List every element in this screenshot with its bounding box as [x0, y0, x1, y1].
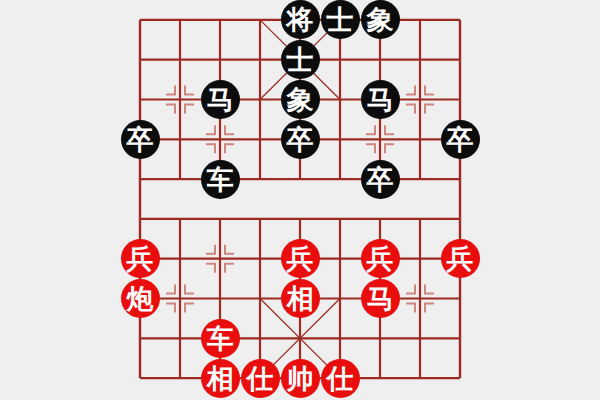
intersection-r2c9[interactable]	[440, 40, 480, 80]
piece-black-soldier[interactable]: 卒	[361, 160, 400, 199]
intersection-r5c9[interactable]	[440, 159, 480, 199]
piece-red-elephant[interactable]: 相	[201, 359, 240, 398]
piece-black-elephant[interactable]: 象	[281, 80, 320, 119]
intersection-r10c2[interactable]	[160, 358, 200, 398]
intersection-r7c6[interactable]	[320, 239, 360, 279]
intersection-r4c4[interactable]	[240, 119, 280, 159]
intersection-r5c1[interactable]	[120, 159, 160, 199]
piece-black-advisor[interactable]: 士	[281, 40, 320, 79]
intersection-r6c3[interactable]	[200, 199, 240, 239]
intersection-r3c4[interactable]	[240, 80, 280, 120]
intersection-r5c4[interactable]	[240, 159, 280, 199]
intersection-r2c1[interactable]	[120, 40, 160, 80]
intersection-r8c8[interactable]	[400, 279, 440, 319]
intersection-r2c3[interactable]	[200, 40, 240, 80]
piece-red-king[interactable]: 帅	[281, 359, 320, 398]
piece-red-soldier[interactable]: 兵	[441, 239, 480, 278]
intersection-r6c8[interactable]	[400, 199, 440, 239]
intersection-r6c2[interactable]	[160, 199, 200, 239]
intersection-r10c9[interactable]	[440, 358, 480, 398]
intersection-r7c2[interactable]	[160, 239, 200, 279]
intersection-r8c2[interactable]	[160, 279, 200, 319]
piece-red-chariot[interactable]: 车	[201, 319, 240, 358]
intersection-r1c3[interactable]	[200, 0, 240, 40]
intersection-r4c8[interactable]	[400, 119, 440, 159]
piece-red-elephant[interactable]: 相	[281, 279, 320, 318]
piece-red-soldier[interactable]: 兵	[121, 239, 160, 278]
intersection-r1c1[interactable]	[120, 0, 160, 40]
intersection-r2c2[interactable]	[160, 40, 200, 80]
piece-black-horse[interactable]: 马	[361, 80, 400, 119]
intersection-r9c7[interactable]	[360, 318, 400, 358]
intersection-r4c6[interactable]	[320, 119, 360, 159]
intersection-r2c4[interactable]	[240, 40, 280, 80]
intersection-r6c6[interactable]	[320, 199, 360, 239]
piece-red-cannon[interactable]: 炮	[121, 279, 160, 318]
intersection-r7c4[interactable]	[240, 239, 280, 279]
piece-red-soldier[interactable]: 兵	[281, 239, 320, 278]
intersection-r5c8[interactable]	[400, 159, 440, 199]
pieces-layer: 将士象士马象马卒卒卒车卒兵兵兵兵炮相马车相仕帅仕	[120, 0, 480, 398]
intersection-r2c6[interactable]	[320, 40, 360, 80]
intersection-r9c6[interactable]	[320, 318, 360, 358]
intersection-r4c2[interactable]	[160, 119, 200, 159]
intersection-r6c1[interactable]	[120, 199, 160, 239]
intersection-r1c2[interactable]	[160, 0, 200, 40]
intersection-r1c4[interactable]	[240, 0, 280, 40]
intersection-r1c9[interactable]	[440, 0, 480, 40]
intersection-r4c3[interactable]	[200, 119, 240, 159]
intersection-r3c8[interactable]	[400, 80, 440, 120]
intersection-r6c7[interactable]	[360, 199, 400, 239]
intersection-r4c7[interactable]	[360, 119, 400, 159]
intersection-r9c8[interactable]	[400, 318, 440, 358]
intersection-r6c9[interactable]	[440, 199, 480, 239]
piece-red-advisor[interactable]: 仕	[321, 359, 360, 398]
intersection-r8c4[interactable]	[240, 279, 280, 319]
intersection-r9c1[interactable]	[120, 318, 160, 358]
piece-black-general[interactable]: 将	[281, 0, 320, 39]
xiangqi-board: 将士象士马象马卒卒卒车卒兵兵兵兵炮相马车相仕帅仕	[0, 0, 600, 400]
intersection-r5c5[interactable]	[280, 159, 320, 199]
intersection-r8c9[interactable]	[440, 279, 480, 319]
intersection-r9c4[interactable]	[240, 318, 280, 358]
intersection-r8c6[interactable]	[320, 279, 360, 319]
intersection-r3c2[interactable]	[160, 80, 200, 120]
piece-black-elephant[interactable]: 象	[361, 0, 400, 39]
intersection-r3c1[interactable]	[120, 80, 160, 120]
piece-black-horse[interactable]: 马	[201, 80, 240, 119]
intersection-r6c5[interactable]	[280, 199, 320, 239]
intersection-r3c6[interactable]	[320, 80, 360, 120]
intersection-r9c9[interactable]	[440, 318, 480, 358]
intersection-r1c8[interactable]	[400, 0, 440, 40]
intersection-r7c3[interactable]	[200, 239, 240, 279]
intersection-r9c5[interactable]	[280, 318, 320, 358]
intersection-r10c7[interactable]	[360, 358, 400, 398]
piece-red-horse[interactable]: 马	[361, 279, 400, 318]
intersection-r2c8[interactable]	[400, 40, 440, 80]
intersection-r3c9[interactable]	[440, 80, 480, 120]
intersection-r6c4[interactable]	[240, 199, 280, 239]
intersection-r9c2[interactable]	[160, 318, 200, 358]
piece-red-soldier[interactable]: 兵	[361, 239, 400, 278]
intersection-r7c8[interactable]	[400, 239, 440, 279]
intersection-r10c1[interactable]	[120, 358, 160, 398]
intersection-r2c7[interactable]	[360, 40, 400, 80]
piece-black-soldier[interactable]: 卒	[281, 120, 320, 159]
piece-black-chariot[interactable]: 车	[201, 160, 240, 199]
piece-red-advisor[interactable]: 仕	[241, 359, 280, 398]
intersection-r5c2[interactable]	[160, 159, 200, 199]
intersection-r5c6[interactable]	[320, 159, 360, 199]
intersection-r8c3[interactable]	[200, 279, 240, 319]
piece-black-soldier[interactable]: 卒	[441, 120, 480, 159]
piece-black-soldier[interactable]: 卒	[121, 120, 160, 159]
intersection-r10c8[interactable]	[400, 358, 440, 398]
piece-black-advisor[interactable]: 士	[321, 0, 360, 39]
